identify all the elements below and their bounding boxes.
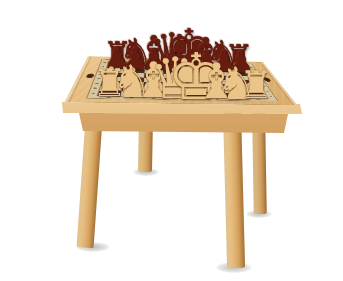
coordinate-label: A xyxy=(97,96,121,99)
board-square xyxy=(143,92,165,98)
coordinate-label: D xyxy=(165,97,187,100)
table-leg-front-right xyxy=(223,112,245,268)
coordinate-label: F xyxy=(207,98,229,101)
table-leg-front-left xyxy=(77,111,103,248)
coordinate-label: C xyxy=(143,97,165,100)
coordinate-label: H xyxy=(248,99,269,101)
board-square xyxy=(206,93,228,98)
board-square xyxy=(185,92,207,98)
table-apron xyxy=(0,0,343,281)
chess-board xyxy=(98,61,268,99)
table-edge-molding xyxy=(0,0,343,281)
board-square xyxy=(245,93,268,98)
chess-table-photo: ABCDEFGH ABCDEFGH 87654321 87654321 ♜♞♝♛… xyxy=(0,0,343,281)
coordinate-label: B xyxy=(120,97,143,100)
coordinate-label: G xyxy=(228,98,249,100)
board-square xyxy=(164,92,186,98)
pieces-layer: ♜♞♝♛♚♝♞♜♟♟♟♟♟♟♟♟♟♟♟♟♟♟♟♟♜♞♝♛♚♝♞♜ xyxy=(0,0,343,281)
coordinate-label: E xyxy=(186,98,208,101)
board-square xyxy=(120,91,143,97)
board-square xyxy=(98,91,122,97)
table-top: ABCDEFGH ABCDEFGH 87654321 87654321 xyxy=(64,56,298,106)
